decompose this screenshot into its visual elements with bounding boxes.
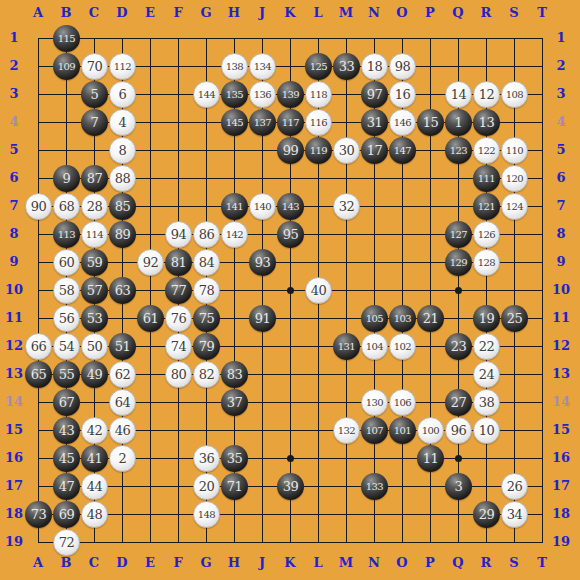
move-number: 68 <box>59 200 75 213</box>
move-number: 16 <box>395 88 411 101</box>
move-number: 62 <box>115 368 131 381</box>
white-stone-10: 10 <box>473 417 500 444</box>
move-number: 63 <box>115 284 131 297</box>
column-label-top: M <box>332 3 360 23</box>
move-number: 36 <box>199 452 215 465</box>
move-number: 116 <box>310 118 327 128</box>
move-number: 65 <box>31 368 47 381</box>
move-number: 79 <box>199 340 215 353</box>
white-stone-82: 82 <box>193 361 220 388</box>
white-stone-68: 68 <box>53 193 80 220</box>
move-number: 12 <box>479 88 495 101</box>
black-stone-71: 71 <box>221 473 248 500</box>
move-number: 144 <box>198 90 215 100</box>
white-stone-20: 20 <box>193 473 220 500</box>
white-stone-46: 46 <box>109 417 136 444</box>
black-stone-17: 17 <box>361 137 388 164</box>
row-label-right: 11 <box>547 308 575 328</box>
row-label-left: 19 <box>0 532 28 552</box>
move-number: 75 <box>199 312 215 325</box>
white-stone-116: 116 <box>305 109 332 136</box>
white-stone-138: 138 <box>221 53 248 80</box>
black-stone-129: 129 <box>445 249 472 276</box>
column-label-bottom: S <box>500 553 528 573</box>
black-stone-27: 27 <box>445 389 472 416</box>
move-number: 69 <box>59 508 75 521</box>
move-number: 46 <box>115 424 131 437</box>
move-number: 32 <box>339 200 355 213</box>
black-stone-69: 69 <box>53 501 80 528</box>
move-number: 6 <box>119 88 127 101</box>
white-stone-76: 76 <box>165 305 192 332</box>
move-number: 103 <box>394 314 411 324</box>
column-label-bottom: P <box>416 553 444 573</box>
move-number: 141 <box>226 202 243 212</box>
move-number: 11 <box>423 452 439 465</box>
black-stone-35: 35 <box>221 445 248 472</box>
move-number: 90 <box>31 200 47 213</box>
move-number: 70 <box>87 60 103 73</box>
move-number: 145 <box>226 118 243 128</box>
move-number: 87 <box>87 172 103 185</box>
move-number: 135 <box>226 90 243 100</box>
move-number: 78 <box>199 284 215 297</box>
move-number: 26 <box>507 480 523 493</box>
white-stone-44: 44 <box>81 473 108 500</box>
move-number: 3 <box>455 480 463 493</box>
white-stone-112: 112 <box>109 53 136 80</box>
black-stone-95: 95 <box>277 221 304 248</box>
black-stone-133: 133 <box>361 473 388 500</box>
move-number: 24 <box>479 368 495 381</box>
black-stone-113: 113 <box>53 221 80 248</box>
move-number: 15 <box>423 116 439 129</box>
move-number: 76 <box>171 312 187 325</box>
star-point <box>455 287 462 294</box>
white-stone-98: 98 <box>389 53 416 80</box>
move-number: 129 <box>450 258 467 268</box>
move-number: 8 <box>119 144 127 157</box>
move-number: 142 <box>226 230 243 240</box>
row-label-left: 15 <box>0 420 28 440</box>
move-number: 72 <box>59 536 75 549</box>
row-label-left: 6 <box>0 168 28 188</box>
white-stone-132: 132 <box>333 417 360 444</box>
move-number: 31 <box>367 116 383 129</box>
black-stone-93: 93 <box>249 249 276 276</box>
white-stone-74: 74 <box>165 333 192 360</box>
move-number: 114 <box>86 230 103 240</box>
move-number: 9 <box>63 172 71 185</box>
white-stone-88: 88 <box>109 165 136 192</box>
move-number: 7 <box>91 116 99 129</box>
white-stone-126: 126 <box>473 221 500 248</box>
white-stone-100: 100 <box>417 417 444 444</box>
move-number: 120 <box>506 174 523 184</box>
column-label-top: T <box>528 3 556 23</box>
grid-line-vertical <box>542 38 543 543</box>
move-number: 29 <box>479 508 495 521</box>
row-label-left: 11 <box>0 308 28 328</box>
black-stone-61: 61 <box>137 305 164 332</box>
move-number: 96 <box>451 424 467 437</box>
move-number: 45 <box>59 452 75 465</box>
black-stone-103: 103 <box>389 305 416 332</box>
column-label-top: O <box>388 3 416 23</box>
row-label-left: 1 <box>0 28 28 48</box>
star-point <box>287 287 294 294</box>
move-number: 147 <box>394 146 411 156</box>
column-label-bottom: Q <box>444 553 472 573</box>
move-number: 73 <box>31 508 47 521</box>
move-number: 56 <box>59 312 75 325</box>
move-number: 92 <box>143 256 159 269</box>
black-stone-13: 13 <box>473 109 500 136</box>
white-stone-120: 120 <box>501 165 528 192</box>
row-label-right: 16 <box>547 448 575 468</box>
move-number: 35 <box>227 452 243 465</box>
row-label-right: 9 <box>547 252 575 272</box>
grid-line-horizontal <box>38 514 543 515</box>
column-label-top: S <box>500 3 528 23</box>
move-number: 38 <box>479 396 495 409</box>
black-stone-49: 49 <box>81 361 108 388</box>
white-stone-12: 12 <box>473 81 500 108</box>
column-label-top: L <box>304 3 332 23</box>
white-stone-78: 78 <box>193 277 220 304</box>
row-label-left: 3 <box>0 84 28 104</box>
black-stone-1: 1 <box>445 109 472 136</box>
black-stone-97: 97 <box>361 81 388 108</box>
column-label-top: P <box>416 3 444 23</box>
white-stone-8: 8 <box>109 137 136 164</box>
row-label-right: 19 <box>547 532 575 552</box>
column-label-bottom: K <box>276 553 304 573</box>
white-stone-134: 134 <box>249 53 276 80</box>
row-label-right: 3 <box>547 84 575 104</box>
move-number: 102 <box>394 342 411 352</box>
column-label-top: C <box>80 3 108 23</box>
black-stone-15: 15 <box>417 109 444 136</box>
move-number: 91 <box>255 312 271 325</box>
black-stone-47: 47 <box>53 473 80 500</box>
white-stone-146: 146 <box>389 109 416 136</box>
column-label-top: B <box>52 3 80 23</box>
move-number: 49 <box>87 368 103 381</box>
column-label-bottom: C <box>80 553 108 573</box>
white-stone-108: 108 <box>501 81 528 108</box>
white-stone-42: 42 <box>81 417 108 444</box>
move-number: 123 <box>450 146 467 156</box>
move-number: 21 <box>423 312 439 325</box>
star-point <box>455 455 462 462</box>
column-label-top: H <box>220 3 248 23</box>
black-stone-137: 137 <box>249 109 276 136</box>
move-number: 53 <box>87 312 103 325</box>
move-number: 113 <box>58 230 75 240</box>
row-label-right: 6 <box>547 168 575 188</box>
row-label-right: 18 <box>547 504 575 524</box>
move-number: 100 <box>422 426 439 436</box>
move-number: 47 <box>59 480 75 493</box>
white-stone-92: 92 <box>137 249 164 276</box>
white-stone-54: 54 <box>53 333 80 360</box>
column-label-bottom: E <box>136 553 164 573</box>
black-stone-99: 99 <box>277 137 304 164</box>
move-number: 34 <box>507 508 523 521</box>
column-label-bottom: N <box>360 553 388 573</box>
move-number: 58 <box>59 284 75 297</box>
black-stone-73: 73 <box>25 501 52 528</box>
black-stone-135: 135 <box>221 81 248 108</box>
column-label-top: A <box>24 3 52 23</box>
white-stone-80: 80 <box>165 361 192 388</box>
move-number: 33 <box>339 60 355 73</box>
white-stone-34: 34 <box>501 501 528 528</box>
white-stone-118: 118 <box>305 81 332 108</box>
move-number: 82 <box>199 368 215 381</box>
black-stone-101: 101 <box>389 417 416 444</box>
column-label-top: Q <box>444 3 472 23</box>
row-label-left: 5 <box>0 140 28 160</box>
grid-line-vertical <box>346 38 347 543</box>
move-number: 118 <box>310 90 327 100</box>
move-number: 110 <box>506 146 523 156</box>
move-number: 117 <box>282 118 299 128</box>
move-number: 105 <box>366 314 383 324</box>
black-stone-115: 115 <box>53 25 80 52</box>
move-number: 14 <box>451 88 467 101</box>
move-number: 64 <box>115 396 131 409</box>
column-label-top: F <box>164 3 192 23</box>
move-number: 43 <box>59 424 75 437</box>
white-stone-90: 90 <box>25 193 52 220</box>
move-number: 109 <box>58 62 75 72</box>
move-number: 130 <box>366 398 383 408</box>
move-number: 66 <box>31 340 47 353</box>
row-label-left: 18 <box>0 504 28 524</box>
move-number: 124 <box>506 202 523 212</box>
white-stone-64: 64 <box>109 389 136 416</box>
column-label-bottom: J <box>248 553 276 573</box>
black-stone-125: 125 <box>305 53 332 80</box>
grid-line-vertical <box>514 38 515 543</box>
move-number: 143 <box>282 202 299 212</box>
column-label-bottom: R <box>472 553 500 573</box>
row-label-right: 4 <box>547 112 575 132</box>
move-number: 107 <box>366 426 383 436</box>
white-stone-114: 114 <box>81 221 108 248</box>
move-number: 74 <box>171 340 187 353</box>
move-number: 132 <box>338 426 355 436</box>
black-stone-45: 45 <box>53 445 80 472</box>
white-stone-56: 56 <box>53 305 80 332</box>
black-stone-59: 59 <box>81 249 108 276</box>
move-number: 86 <box>199 228 215 241</box>
move-number: 41 <box>87 452 103 465</box>
white-stone-66: 66 <box>25 333 52 360</box>
black-stone-53: 53 <box>81 305 108 332</box>
star-point <box>287 455 294 462</box>
white-stone-14: 14 <box>445 81 472 108</box>
move-number: 89 <box>115 228 131 241</box>
move-number: 93 <box>255 256 271 269</box>
move-number: 108 <box>506 90 523 100</box>
column-label-top: G <box>192 3 220 23</box>
white-stone-18: 18 <box>361 53 388 80</box>
black-stone-23: 23 <box>445 333 472 360</box>
black-stone-75: 75 <box>193 305 220 332</box>
white-stone-130: 130 <box>361 389 388 416</box>
black-stone-39: 39 <box>277 473 304 500</box>
black-stone-141: 141 <box>221 193 248 220</box>
move-number: 139 <box>282 90 299 100</box>
column-label-bottom: M <box>332 553 360 573</box>
move-number: 50 <box>87 340 103 353</box>
black-stone-85: 85 <box>109 193 136 220</box>
move-number: 115 <box>58 34 75 44</box>
move-number: 128 <box>478 258 495 268</box>
black-stone-63: 63 <box>109 277 136 304</box>
move-number: 104 <box>366 342 383 352</box>
white-stone-40: 40 <box>305 277 332 304</box>
white-stone-106: 106 <box>389 389 416 416</box>
move-number: 122 <box>478 146 495 156</box>
row-label-right: 1 <box>547 28 575 48</box>
move-number: 140 <box>254 202 271 212</box>
move-number: 99 <box>283 144 299 157</box>
column-label-top: E <box>136 3 164 23</box>
black-stone-119: 119 <box>305 137 332 164</box>
move-number: 61 <box>143 312 159 325</box>
row-label-left: 4 <box>0 112 28 132</box>
move-number: 1 <box>455 116 463 129</box>
white-stone-60: 60 <box>53 249 80 276</box>
move-number: 60 <box>59 256 75 269</box>
white-stone-62: 62 <box>109 361 136 388</box>
row-label-right: 2 <box>547 56 575 76</box>
move-number: 101 <box>394 426 411 436</box>
move-number: 119 <box>310 146 327 156</box>
move-number: 40 <box>311 284 327 297</box>
black-stone-127: 127 <box>445 221 472 248</box>
row-label-right: 8 <box>547 224 575 244</box>
move-number: 88 <box>115 172 131 185</box>
move-number: 83 <box>227 368 243 381</box>
black-stone-41: 41 <box>81 445 108 472</box>
move-number: 18 <box>367 60 383 73</box>
move-number: 98 <box>395 60 411 73</box>
black-stone-9: 9 <box>53 165 80 192</box>
black-stone-37: 37 <box>221 389 248 416</box>
black-stone-65: 65 <box>25 361 52 388</box>
row-label-right: 15 <box>547 420 575 440</box>
white-stone-58: 58 <box>53 277 80 304</box>
column-label-bottom: F <box>164 553 192 573</box>
white-stone-96: 96 <box>445 417 472 444</box>
black-stone-145: 145 <box>221 109 248 136</box>
move-number: 48 <box>87 508 103 521</box>
row-label-left: 8 <box>0 224 28 244</box>
go-board[interactable]: AABBCCDDEEFFGGHHJJKKLLMMNNOOPPQQRRSSTT11… <box>0 0 580 580</box>
column-label-top: D <box>108 3 136 23</box>
black-stone-111: 111 <box>473 165 500 192</box>
move-number: 81 <box>171 256 187 269</box>
column-label-bottom: D <box>108 553 136 573</box>
row-label-right: 10 <box>547 280 575 300</box>
row-label-right: 14 <box>547 392 575 412</box>
column-label-bottom: L <box>304 553 332 573</box>
move-number: 85 <box>115 200 131 213</box>
column-label-top: R <box>472 3 500 23</box>
column-label-top: J <box>248 3 276 23</box>
white-stone-136: 136 <box>249 81 276 108</box>
move-number: 42 <box>87 424 103 437</box>
row-label-left: 13 <box>0 364 28 384</box>
move-number: 131 <box>338 342 355 352</box>
column-label-bottom: G <box>192 553 220 573</box>
move-number: 126 <box>478 230 495 240</box>
move-number: 94 <box>171 228 187 241</box>
row-label-right: 13 <box>547 364 575 384</box>
move-number: 22 <box>479 340 495 353</box>
black-stone-81: 81 <box>165 249 192 276</box>
black-stone-117: 117 <box>277 109 304 136</box>
column-label-bottom: B <box>52 553 80 573</box>
black-stone-123: 123 <box>445 137 472 164</box>
white-stone-72: 72 <box>53 529 80 556</box>
white-stone-122: 122 <box>473 137 500 164</box>
black-stone-143: 143 <box>277 193 304 220</box>
move-number: 54 <box>59 340 75 353</box>
move-number: 121 <box>478 202 495 212</box>
white-stone-22: 22 <box>473 333 500 360</box>
move-number: 84 <box>199 256 215 269</box>
black-stone-89: 89 <box>109 221 136 248</box>
move-number: 19 <box>479 312 495 325</box>
white-stone-124: 124 <box>501 193 528 220</box>
row-label-right: 12 <box>547 336 575 356</box>
move-number: 25 <box>507 312 523 325</box>
move-number: 27 <box>451 396 467 409</box>
move-number: 10 <box>479 424 495 437</box>
move-number: 111 <box>478 174 495 184</box>
black-stone-51: 51 <box>109 333 136 360</box>
row-label-right: 5 <box>547 140 575 160</box>
black-stone-131: 131 <box>333 333 360 360</box>
move-number: 51 <box>115 340 131 353</box>
row-label-right: 17 <box>547 476 575 496</box>
white-stone-28: 28 <box>81 193 108 220</box>
white-stone-26: 26 <box>501 473 528 500</box>
move-number: 23 <box>451 340 467 353</box>
white-stone-2: 2 <box>109 445 136 472</box>
black-stone-55: 55 <box>53 361 80 388</box>
move-number: 148 <box>198 510 215 520</box>
white-stone-110: 110 <box>501 137 528 164</box>
move-number: 55 <box>59 368 75 381</box>
column-label-bottom: O <box>388 553 416 573</box>
column-label-top: N <box>360 3 388 23</box>
move-number: 71 <box>227 480 243 493</box>
black-stone-11: 11 <box>417 445 444 472</box>
move-number: 59 <box>87 256 103 269</box>
black-stone-109: 109 <box>53 53 80 80</box>
white-stone-24: 24 <box>473 361 500 388</box>
white-stone-144: 144 <box>193 81 220 108</box>
black-stone-67: 67 <box>53 389 80 416</box>
white-stone-6: 6 <box>109 81 136 108</box>
